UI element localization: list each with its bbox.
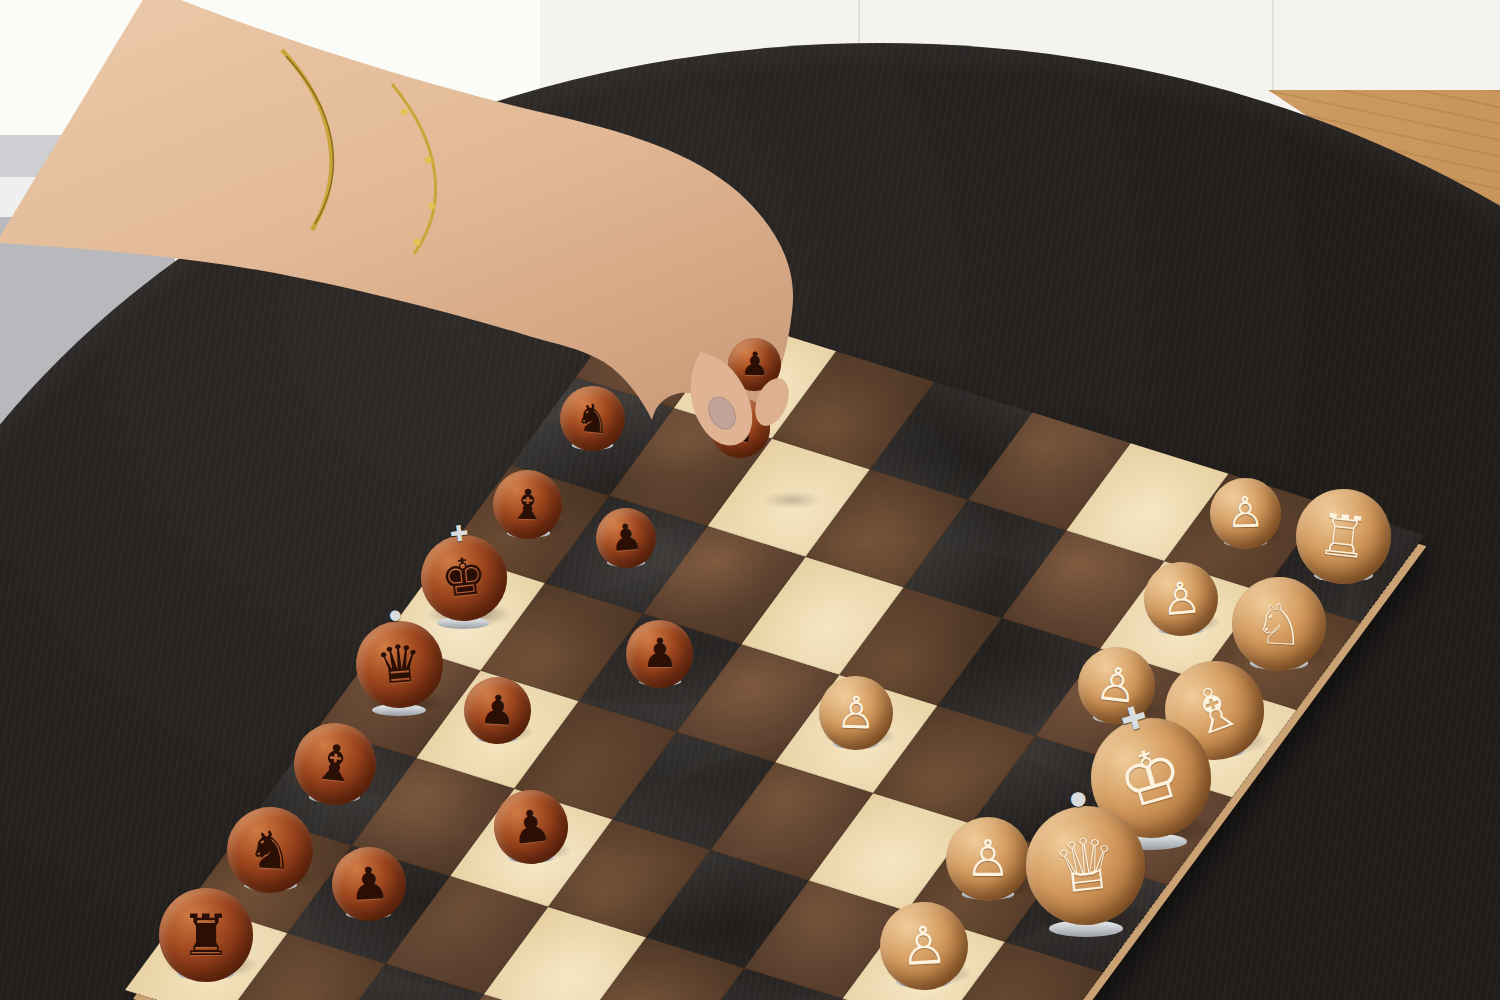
photo-stage: ♞♝♙♟♖♚✚♙♘♟♛●♙♟♙♗♝♔✚♟♞♙♟♕●♜♙ ♟♟ [0,0,1500,1000]
index-fingertip [749,373,796,431]
fingertips [0,0,1500,1000]
